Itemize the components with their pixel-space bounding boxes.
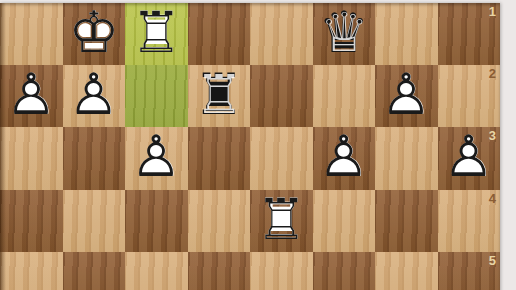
square-b2[interactable]: ♟♙ bbox=[375, 65, 438, 127]
square-h5[interactable] bbox=[0, 252, 63, 290]
square-g3[interactable] bbox=[63, 127, 126, 189]
square-a1[interactable]: 1 bbox=[438, 3, 501, 65]
piece-black-rook[interactable]: ♜♖ bbox=[188, 65, 251, 127]
square-b1[interactable] bbox=[375, 3, 438, 65]
square-c5[interactable] bbox=[313, 252, 376, 290]
chess-board: ♚♔♜♖♛♕1♟♙♟♙♜♖♟♙2♟♙♟♙♟♙3♜♖45 bbox=[0, 3, 500, 290]
square-d2[interactable] bbox=[250, 65, 313, 127]
square-a5[interactable]: 5 bbox=[438, 252, 501, 290]
piece-white-pawn[interactable]: ♟♙ bbox=[0, 65, 63, 127]
square-f5[interactable] bbox=[125, 252, 188, 290]
square-d3[interactable] bbox=[250, 127, 313, 189]
pawn-glyph-outline: ♙ bbox=[313, 129, 376, 186]
square-e2[interactable]: ♜♖ bbox=[188, 65, 251, 127]
square-g1[interactable]: ♚♔ bbox=[63, 3, 126, 65]
piece-white-pawn[interactable]: ♟♙ bbox=[313, 127, 376, 189]
square-a4[interactable]: 4 bbox=[438, 190, 501, 252]
piece-white-king[interactable]: ♚♔ bbox=[63, 3, 126, 65]
rook-glyph-outline: ♖ bbox=[125, 4, 188, 61]
square-d4[interactable]: ♜♖ bbox=[250, 190, 313, 252]
square-g2[interactable]: ♟♙ bbox=[63, 65, 126, 127]
rook-glyph-outline: ♖ bbox=[250, 191, 313, 248]
square-e1[interactable] bbox=[188, 3, 251, 65]
square-f2[interactable] bbox=[125, 65, 188, 127]
square-e4[interactable] bbox=[188, 190, 251, 252]
square-a3[interactable]: ♟♙3 bbox=[438, 127, 501, 189]
square-d5[interactable] bbox=[250, 252, 313, 290]
square-a2[interactable]: 2 bbox=[438, 65, 501, 127]
square-h1[interactable] bbox=[0, 3, 63, 65]
pawn-glyph-outline: ♙ bbox=[63, 67, 126, 124]
piece-white-rook[interactable]: ♜♖ bbox=[250, 190, 313, 252]
square-h3[interactable] bbox=[0, 127, 63, 189]
square-e3[interactable] bbox=[188, 127, 251, 189]
square-h4[interactable] bbox=[0, 190, 63, 252]
rank-label-5: 5 bbox=[489, 254, 496, 267]
piece-white-pawn[interactable]: ♟♙ bbox=[125, 127, 188, 189]
square-g4[interactable] bbox=[63, 190, 126, 252]
rook-glyph-outline: ♖ bbox=[189, 68, 248, 122]
square-h2[interactable]: ♟♙ bbox=[0, 65, 63, 127]
square-c2[interactable] bbox=[313, 65, 376, 127]
rank-label-4: 4 bbox=[489, 192, 496, 205]
pawn-glyph-outline: ♙ bbox=[125, 129, 188, 186]
pawn-glyph-outline: ♙ bbox=[375, 67, 438, 124]
piece-black-queen[interactable]: ♛♕ bbox=[313, 3, 376, 65]
square-f1[interactable]: ♜♖ bbox=[125, 3, 188, 65]
square-g5[interactable] bbox=[63, 252, 126, 290]
square-e5[interactable] bbox=[188, 252, 251, 290]
piece-white-pawn[interactable]: ♟♙ bbox=[375, 65, 438, 127]
king-glyph-outline: ♔ bbox=[63, 4, 126, 61]
piece-white-rook[interactable]: ♜♖ bbox=[125, 3, 188, 65]
square-b3[interactable] bbox=[375, 127, 438, 189]
square-c3[interactable]: ♟♙ bbox=[313, 127, 376, 189]
square-b4[interactable] bbox=[375, 190, 438, 252]
square-c4[interactable] bbox=[313, 190, 376, 252]
square-f3[interactable]: ♟♙ bbox=[125, 127, 188, 189]
square-d1[interactable] bbox=[250, 3, 313, 65]
square-f4[interactable] bbox=[125, 190, 188, 252]
square-b5[interactable] bbox=[375, 252, 438, 290]
rank-label-2: 2 bbox=[489, 67, 496, 80]
pawn-glyph-outline: ♙ bbox=[0, 67, 63, 124]
rank-label-1: 1 bbox=[489, 5, 496, 18]
piece-white-pawn[interactable]: ♟♙ bbox=[63, 65, 126, 127]
chess-puzzle-screenshot: ♚♔♜♖♛♕1♟♙♟♙♜♖♟♙2♟♙♟♙♟♙3♜♖45 bbox=[0, 0, 516, 290]
queen-glyph-outline: ♕ bbox=[314, 6, 373, 60]
square-c1[interactable]: ♛♕ bbox=[313, 3, 376, 65]
rank-label-3: 3 bbox=[489, 129, 496, 142]
